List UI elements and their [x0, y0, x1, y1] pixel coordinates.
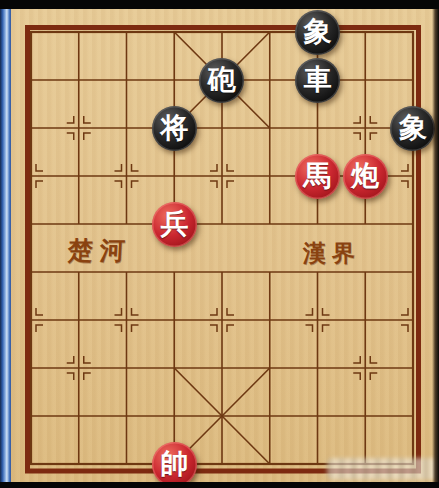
- piece-red-cannon[interactable]: 炮: [343, 154, 388, 199]
- piece-glyph: 砲: [208, 66, 236, 94]
- piece-black-elephant-right[interactable]: 象: [390, 106, 435, 151]
- right-edge-shadow: [432, 0, 439, 488]
- piece-glyph: 帥: [160, 450, 188, 478]
- piece-glyph: 象: [399, 114, 427, 142]
- piece-glyph: 象: [303, 18, 331, 46]
- piece-glyph: 将: [160, 114, 188, 142]
- piece-black-general[interactable]: 将: [152, 106, 197, 151]
- xiangqi-board: 象砲車将象馬炮兵帥: [7, 8, 437, 488]
- piece-red-soldier[interactable]: 兵: [152, 202, 197, 247]
- piece-glyph: 炮: [351, 162, 379, 190]
- left-background-strip: [0, 0, 11, 488]
- piece-red-general[interactable]: 帥: [152, 442, 197, 487]
- piece-black-elephant-left[interactable]: 象: [295, 10, 340, 55]
- piece-glyph: 馬: [303, 162, 331, 190]
- piece-glyph: 兵: [160, 210, 188, 238]
- xiangqi-game-screen: 楚河 漢界 象砲車将象馬炮兵帥: [0, 0, 439, 488]
- bottom-letterbox-bar: [0, 482, 439, 488]
- piece-black-chariot[interactable]: 車: [295, 58, 340, 103]
- piece-red-horse[interactable]: 馬: [295, 154, 340, 199]
- top-letterbox-bar: [0, 0, 439, 9]
- piece-black-cannon[interactable]: 砲: [199, 58, 244, 103]
- piece-glyph: 車: [303, 66, 331, 94]
- watermark-smudge: [327, 458, 437, 480]
